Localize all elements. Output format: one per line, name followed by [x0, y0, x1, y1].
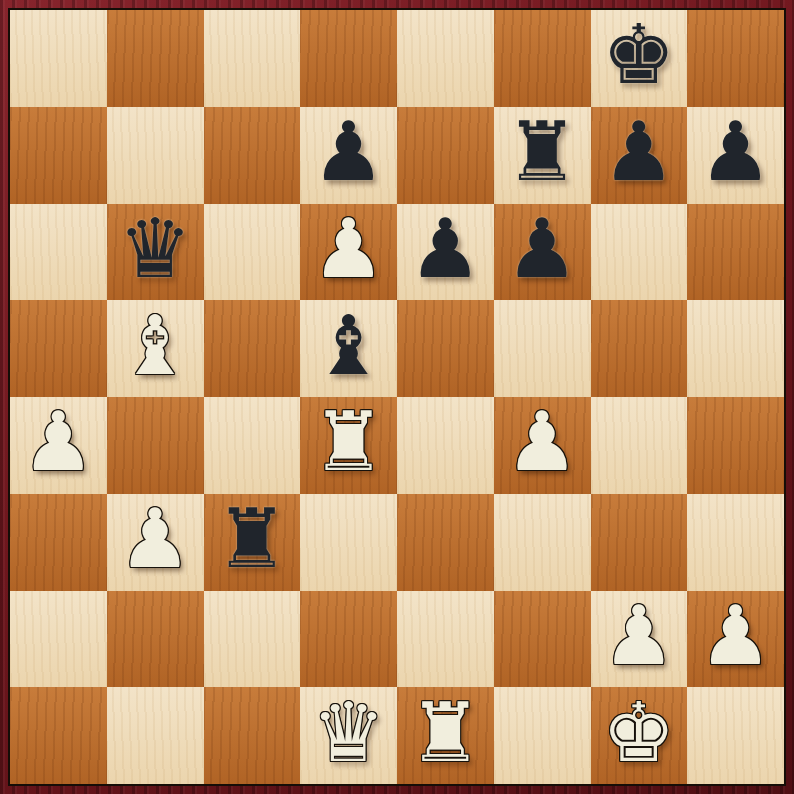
black-pawn-icon-h7: ♟: [699, 111, 773, 193]
square-b8[interactable]: [107, 10, 204, 107]
white-pawn-icon-d6: ♟: [312, 208, 386, 290]
square-h6[interactable]: [687, 204, 784, 301]
square-e2[interactable]: [397, 591, 494, 688]
board-inner-border: ♚♟♜♟♟♛♟♟♟♝♝♟♜♟♟♜♟♟♛♜♚: [8, 8, 786, 786]
square-e7[interactable]: [397, 107, 494, 204]
white-pawn-icon-g2: ♟: [602, 595, 676, 677]
square-c1[interactable]: [204, 687, 301, 784]
white-pawn-icon-f4: ♟: [505, 401, 579, 483]
square-a7[interactable]: [10, 107, 107, 204]
square-g7[interactable]: ♟: [591, 107, 688, 204]
square-e4[interactable]: [397, 397, 494, 494]
board-frame: ♚♟♜♟♟♛♟♟♟♝♝♟♜♟♟♜♟♟♛♜♚: [0, 0, 794, 794]
black-queen-icon-b6: ♛: [118, 208, 192, 290]
square-c3[interactable]: ♜: [204, 494, 301, 591]
black-pawn-icon-e6: ♟: [409, 208, 483, 290]
square-g1[interactable]: ♚: [591, 687, 688, 784]
white-rook-icon-d4: ♜: [312, 401, 386, 483]
square-e8[interactable]: [397, 10, 494, 107]
square-g4[interactable]: [591, 397, 688, 494]
black-pawn-icon-d7: ♟: [312, 111, 386, 193]
black-rook-icon-c3: ♜: [215, 498, 289, 580]
black-rook-icon-f7: ♜: [505, 111, 579, 193]
square-d2[interactable]: [300, 591, 397, 688]
square-c4[interactable]: [204, 397, 301, 494]
square-b1[interactable]: [107, 687, 204, 784]
square-d4[interactable]: ♜: [300, 397, 397, 494]
square-e6[interactable]: ♟: [397, 204, 494, 301]
square-h3[interactable]: [687, 494, 784, 591]
square-f5[interactable]: [494, 300, 591, 397]
square-f1[interactable]: [494, 687, 591, 784]
square-a8[interactable]: [10, 10, 107, 107]
square-c8[interactable]: [204, 10, 301, 107]
square-b7[interactable]: [107, 107, 204, 204]
square-b3[interactable]: ♟: [107, 494, 204, 591]
square-f8[interactable]: [494, 10, 591, 107]
square-h2[interactable]: ♟: [687, 591, 784, 688]
white-rook-icon-e1: ♜: [409, 692, 483, 774]
square-a5[interactable]: [10, 300, 107, 397]
square-f3[interactable]: [494, 494, 591, 591]
square-a4[interactable]: ♟: [10, 397, 107, 494]
square-c5[interactable]: [204, 300, 301, 397]
white-pawn-icon-h2: ♟: [699, 595, 773, 677]
square-b6[interactable]: ♛: [107, 204, 204, 301]
square-c7[interactable]: [204, 107, 301, 204]
square-c2[interactable]: [204, 591, 301, 688]
square-g2[interactable]: ♟: [591, 591, 688, 688]
square-d3[interactable]: [300, 494, 397, 591]
square-d6[interactable]: ♟: [300, 204, 397, 301]
square-f6[interactable]: ♟: [494, 204, 591, 301]
black-king-icon-g8: ♚: [602, 14, 676, 96]
white-king-icon-g1: ♚: [602, 692, 676, 774]
square-g6[interactable]: [591, 204, 688, 301]
square-a1[interactable]: [10, 687, 107, 784]
square-c6[interactable]: [204, 204, 301, 301]
square-b4[interactable]: [107, 397, 204, 494]
square-b5[interactable]: ♝: [107, 300, 204, 397]
square-d7[interactable]: ♟: [300, 107, 397, 204]
square-e5[interactable]: [397, 300, 494, 397]
square-f7[interactable]: ♜: [494, 107, 591, 204]
square-e3[interactable]: [397, 494, 494, 591]
square-g3[interactable]: [591, 494, 688, 591]
square-e1[interactable]: ♜: [397, 687, 494, 784]
white-bishop-icon-b5: ♝: [118, 305, 192, 387]
square-d1[interactable]: ♛: [300, 687, 397, 784]
square-f4[interactable]: ♟: [494, 397, 591, 494]
square-d8[interactable]: [300, 10, 397, 107]
square-g8[interactable]: ♚: [591, 10, 688, 107]
square-h8[interactable]: [687, 10, 784, 107]
white-pawn-icon-b3: ♟: [118, 498, 192, 580]
black-pawn-icon-g7: ♟: [602, 111, 676, 193]
white-pawn-icon-a4: ♟: [22, 401, 96, 483]
square-d5[interactable]: ♝: [300, 300, 397, 397]
white-queen-icon-d1: ♛: [312, 692, 386, 774]
board: ♚♟♜♟♟♛♟♟♟♝♝♟♜♟♟♜♟♟♛♜♚: [10, 10, 784, 784]
black-bishop-icon-d5: ♝: [312, 305, 386, 387]
square-f2[interactable]: [494, 591, 591, 688]
square-h1[interactable]: [687, 687, 784, 784]
black-pawn-icon-f6: ♟: [505, 208, 579, 290]
square-g5[interactable]: [591, 300, 688, 397]
square-h5[interactable]: [687, 300, 784, 397]
square-a3[interactable]: [10, 494, 107, 591]
square-b2[interactable]: [107, 591, 204, 688]
square-a6[interactable]: [10, 204, 107, 301]
square-h4[interactable]: [687, 397, 784, 494]
square-a2[interactable]: [10, 591, 107, 688]
square-h7[interactable]: ♟: [687, 107, 784, 204]
